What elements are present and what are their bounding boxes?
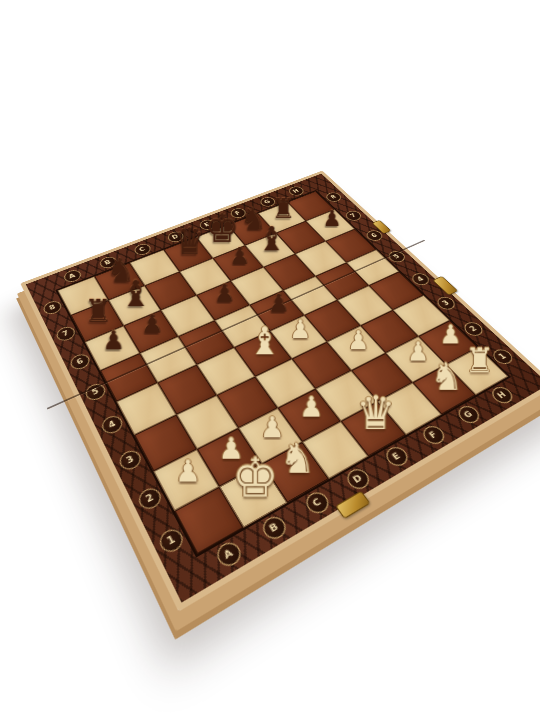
coordinate-medallion: B	[259, 514, 290, 544]
coordinate-medallion: F	[419, 423, 448, 447]
white-pawn-a2[interactable]: ♟	[175, 456, 201, 486]
black-bishop-b7[interactable]: ♝	[120, 276, 151, 312]
coordinate-medallion: H	[488, 385, 516, 407]
white-queen-e1[interactable]: ♛	[356, 390, 396, 436]
black-rook-a7[interactable]: ♜	[84, 295, 111, 327]
coordinate-medallion: 3	[116, 447, 143, 472]
black-bishop-f7[interactable]: ♝	[257, 222, 285, 255]
square-e1[interactable]: ♛	[341, 402, 406, 457]
white-king-b1[interactable]: ♚	[231, 450, 278, 504]
black-rook-g8[interactable]: ♜	[272, 195, 295, 222]
white-bishop-d4[interactable]: ♝	[248, 322, 281, 360]
black-queen-d8[interactable]: ♛	[174, 223, 206, 260]
product-photo: ABCDEFGH ABCDEFGH 87654321 87654321 ♞♛♚♞…	[0, 0, 540, 720]
white-knight-c1[interactable]: ♞	[279, 438, 315, 479]
coordinate-medallion: 8	[41, 299, 63, 316]
coordinate-medallion: 1	[156, 525, 186, 555]
white-pawn-f3[interactable]: ♟	[347, 327, 369, 353]
scene: ABCDEFGH ABCDEFGH 87654321 87654321 ♞♛♚♞…	[0, 0, 540, 720]
black-pawn-e5[interactable]: ♟	[268, 291, 289, 316]
black-pawn-e7[interactable]: ♟	[230, 244, 250, 267]
coordinate-medallion: D	[343, 466, 373, 493]
chess-board: ABCDEFGH ABCDEFGH 87654321 87654321 ♞♛♚♞…	[20, 171, 540, 612]
white-pawn-d2[interactable]: ♟	[299, 393, 323, 421]
black-pawn-d6[interactable]: ♟	[214, 281, 235, 305]
coordinate-medallion: A	[213, 539, 244, 570]
coordinate-medallion: 2	[135, 485, 164, 513]
carved-frame: ABCDEFGH ABCDEFGH 87654321 87654321 ♞♛♚♞…	[20, 171, 540, 612]
coordinate-medallion: 7	[54, 324, 77, 343]
coordinate-medallion: G	[454, 404, 482, 427]
coordinate-medallion: 6	[68, 352, 92, 372]
white-pawn-e4[interactable]: ♟	[289, 316, 311, 342]
coordinate-medallion: 4	[99, 413, 125, 436]
black-pawn-b6[interactable]: ♟	[141, 311, 163, 336]
white-pawn-h2[interactable]: ♟	[439, 322, 461, 348]
black-pawn-a6[interactable]: ♟	[102, 327, 124, 353]
white-rook-h1[interactable]: ♜	[465, 343, 494, 377]
coordinate-medallion: E	[382, 444, 411, 469]
white-pawn-g2[interactable]: ♟	[406, 338, 429, 364]
coordinate-medallion: C	[302, 489, 332, 517]
white-knight-g1[interactable]: ♞	[430, 358, 463, 396]
black-pawn-h7[interactable]: ♟	[322, 207, 341, 229]
